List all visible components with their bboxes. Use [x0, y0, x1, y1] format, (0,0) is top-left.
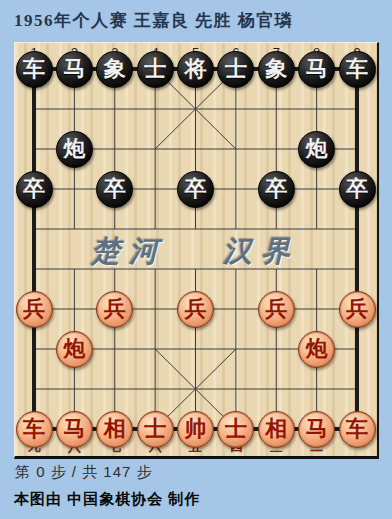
- red-soldier[interactable]: 兵: [177, 291, 214, 328]
- black-soldier[interactable]: 卒: [339, 171, 376, 208]
- river-label-han-jie: 汉界: [223, 232, 299, 272]
- red-soldier[interactable]: 兵: [339, 291, 376, 328]
- black-chariot[interactable]: 车: [16, 51, 53, 88]
- black-cannon[interactable]: 炮: [56, 131, 93, 168]
- black-chariot[interactable]: 车: [339, 51, 376, 88]
- river-label-chu-he: 楚河: [91, 232, 167, 272]
- board-grid: [15, 43, 377, 456]
- red-soldier[interactable]: 兵: [96, 291, 133, 328]
- red-elephant[interactable]: 相: [258, 411, 295, 448]
- credit-line: 本图由 中国象棋协会 制作: [14, 490, 200, 509]
- red-cannon[interactable]: 炮: [298, 331, 335, 368]
- red-elephant[interactable]: 相: [96, 411, 133, 448]
- red-advisor[interactable]: 士: [217, 411, 254, 448]
- black-general[interactable]: 将: [177, 51, 214, 88]
- red-cannon[interactable]: 炮: [56, 331, 93, 368]
- red-chariot[interactable]: 车: [339, 411, 376, 448]
- black-soldier[interactable]: 卒: [177, 171, 214, 208]
- red-general[interactable]: 帅: [177, 411, 214, 448]
- black-elephant[interactable]: 象: [96, 51, 133, 88]
- move-counter: 第 0 步 / 共 147 步: [15, 463, 153, 482]
- black-soldier[interactable]: 卒: [258, 171, 295, 208]
- black-horse[interactable]: 马: [56, 51, 93, 88]
- black-elephant[interactable]: 象: [258, 51, 295, 88]
- black-advisor[interactable]: 士: [137, 51, 174, 88]
- black-cannon[interactable]: 炮: [298, 131, 335, 168]
- red-horse[interactable]: 马: [56, 411, 93, 448]
- black-soldier[interactable]: 卒: [96, 171, 133, 208]
- red-horse[interactable]: 马: [298, 411, 335, 448]
- red-chariot[interactable]: 车: [16, 411, 53, 448]
- black-soldier[interactable]: 卒: [16, 171, 53, 208]
- red-advisor[interactable]: 士: [137, 411, 174, 448]
- black-horse[interactable]: 马: [298, 51, 335, 88]
- xiangqi-board[interactable]: 楚河 汉界 123456789 九八七六五四三二一 车马象士将士象马车炮炮卒卒卒…: [14, 42, 379, 459]
- red-soldier[interactable]: 兵: [16, 291, 53, 328]
- game-title: 1956年个人赛 王嘉良 先胜 杨官璘: [14, 9, 386, 32]
- black-advisor[interactable]: 士: [217, 51, 254, 88]
- red-soldier[interactable]: 兵: [258, 291, 295, 328]
